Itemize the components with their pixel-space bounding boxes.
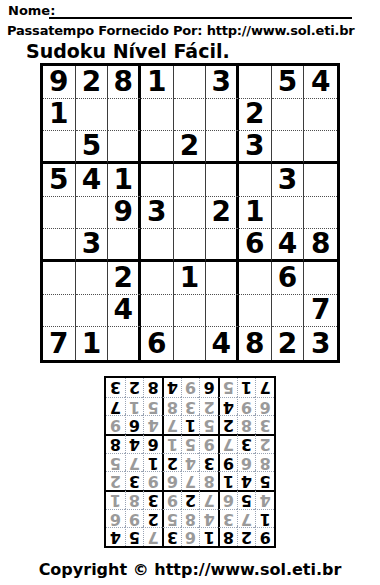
cell-r6c6	[206, 229, 239, 262]
cell-r1c3: 8	[218, 527, 237, 546]
cell-r6c4: 9	[199, 434, 218, 453]
cell-r1c2: 2	[237, 527, 256, 546]
cell-r3c4: 7	[199, 490, 218, 509]
solution-board: 9281637541734852964567293815418769328693…	[104, 376, 276, 548]
cell-r6c3	[108, 229, 141, 262]
cell-r5c5	[174, 197, 207, 230]
cell-r6c5: 5	[181, 434, 200, 453]
cell-r4c5	[174, 164, 207, 197]
cell-r9c4: 6	[199, 378, 218, 397]
cell-r9c3	[108, 327, 141, 360]
cell-r4c1: 5	[43, 164, 76, 197]
cell-r6c4	[141, 229, 174, 262]
cell-r9c1: 7	[255, 378, 274, 397]
cell-r9c5: 9	[181, 378, 200, 397]
cell-r2c1: 1	[43, 99, 76, 132]
cell-r7c6: 7	[162, 415, 181, 434]
cell-r2c9: 6	[106, 509, 125, 528]
cell-r1c2: 2	[76, 66, 109, 99]
cell-r2c3	[108, 99, 141, 132]
cell-r5c3: 9	[108, 197, 141, 230]
cell-r2c6	[206, 99, 239, 132]
cell-r4c8: 3	[125, 471, 144, 490]
cell-r7c7: 4	[143, 415, 162, 434]
cell-r1c8: 5	[125, 527, 144, 546]
cell-r6c7: 6	[143, 434, 162, 453]
cell-r2c3: 3	[218, 509, 237, 528]
cell-r6c1: 2	[255, 434, 274, 453]
cell-r8c4	[141, 295, 174, 328]
cell-r1c7	[239, 66, 272, 99]
page-title: Sudoku Nível Fácil.	[26, 40, 230, 62]
cell-r7c2	[76, 262, 109, 295]
cell-r5c1	[43, 197, 76, 230]
cell-r2c7: 2	[143, 509, 162, 528]
cell-r3c7: 3	[239, 131, 272, 164]
cell-r2c8: 9	[125, 509, 144, 528]
cell-r7c7	[239, 262, 272, 295]
cell-r9c9: 3	[106, 378, 125, 397]
cell-r4c7	[239, 164, 272, 197]
cell-r2c5	[174, 99, 207, 132]
cell-r4c5: 7	[181, 471, 200, 490]
cell-r7c2: 8	[237, 415, 256, 434]
name-fill-line	[49, 0, 352, 19]
cell-r7c8: 6	[125, 415, 144, 434]
cell-r4c2: 4	[76, 164, 109, 197]
cell-r2c4	[141, 99, 174, 132]
cell-r7c9: 9	[106, 415, 125, 434]
cell-r5c5: 4	[181, 453, 200, 472]
cell-r8c7	[239, 295, 272, 328]
cell-r1c7: 7	[143, 527, 162, 546]
cell-r2c2	[76, 99, 109, 132]
cell-r3c9	[304, 131, 337, 164]
cell-r8c8: 1	[125, 397, 144, 416]
cell-r6c2: 3	[76, 229, 109, 262]
cell-r9c6: 4	[206, 327, 239, 360]
cell-r8c9: 7	[304, 295, 337, 328]
cell-r2c9	[304, 99, 337, 132]
cell-r9c3: 5	[218, 378, 237, 397]
cell-r3c2: 5	[237, 490, 256, 509]
cell-r3c5: 2	[174, 131, 207, 164]
cell-r9c1: 7	[43, 327, 76, 360]
cell-r5c4: 3	[141, 197, 174, 230]
cell-r3c8	[272, 131, 305, 164]
cell-r1c1: 9	[43, 66, 76, 99]
cell-r6c5	[174, 229, 207, 262]
cell-r6c1	[43, 229, 76, 262]
cell-r7c4	[141, 262, 174, 295]
cell-r9c9: 3	[304, 327, 337, 360]
cell-r9c4: 6	[141, 327, 174, 360]
cell-r5c6: 2	[162, 453, 181, 472]
cell-r5c1: 8	[255, 453, 274, 472]
copyright-text: Copyright © http://www.sol.eti.br	[0, 560, 380, 579]
cell-r3c1: 4	[255, 490, 274, 509]
cell-r1c5	[174, 66, 207, 99]
cell-r1c8: 5	[272, 66, 305, 99]
cell-r2c6: 5	[162, 509, 181, 528]
cell-r4c3: 1	[108, 164, 141, 197]
cell-r5c4: 3	[199, 453, 218, 472]
cell-r7c4: 5	[199, 415, 218, 434]
cell-r6c8: 4	[272, 229, 305, 262]
cell-r8c9: 7	[106, 397, 125, 416]
cell-r7c3: 2	[108, 262, 141, 295]
cell-r6c8: 4	[125, 434, 144, 453]
cell-r2c2: 7	[237, 509, 256, 528]
sudoku-board: 928135412523541393213648216477164823	[40, 63, 340, 363]
cell-r5c8	[272, 197, 305, 230]
cell-r4c1: 5	[255, 471, 274, 490]
cell-r8c4: 2	[199, 397, 218, 416]
cell-r5c7: 1	[143, 453, 162, 472]
cell-r2c7: 2	[239, 99, 272, 132]
cell-r5c6: 2	[206, 197, 239, 230]
cell-r7c6	[206, 262, 239, 295]
cell-r4c3: 1	[218, 471, 237, 490]
cell-r4c2: 4	[237, 471, 256, 490]
cell-r4c4	[141, 164, 174, 197]
cell-r6c2: 3	[237, 434, 256, 453]
cell-r5c7: 1	[239, 197, 272, 230]
cell-r7c3: 2	[218, 415, 237, 434]
cell-r9c7: 8	[143, 378, 162, 397]
cell-r1c9: 4	[106, 527, 125, 546]
cell-r9c7: 8	[239, 327, 272, 360]
cell-r7c1: 3	[255, 415, 274, 434]
cell-r2c4: 4	[199, 509, 218, 528]
cell-r3c9: 1	[106, 490, 125, 509]
cell-r3c8: 8	[125, 490, 144, 509]
cell-r8c3: 4	[108, 295, 141, 328]
cell-r3c7: 3	[143, 490, 162, 509]
cell-r1c9: 4	[304, 66, 337, 99]
cell-r3c2: 5	[76, 131, 109, 164]
cell-r2c5: 8	[181, 509, 200, 528]
cell-r9c2: 1	[76, 327, 109, 360]
cell-r3c1	[43, 131, 76, 164]
cell-r8c2: 9	[237, 397, 256, 416]
cell-r8c6	[206, 295, 239, 328]
cell-r8c3: 4	[218, 397, 237, 416]
cell-r3c6	[206, 131, 239, 164]
cell-r9c8: 2	[125, 378, 144, 397]
cell-r1c3: 8	[108, 66, 141, 99]
cell-r3c6: 9	[162, 490, 181, 509]
cell-r1c4: 1	[199, 527, 218, 546]
cell-r4c9	[304, 164, 337, 197]
cell-r7c5: 1	[174, 262, 207, 295]
cell-r9c8: 2	[272, 327, 305, 360]
cell-r3c5: 2	[181, 490, 200, 509]
cell-r8c1: 6	[255, 397, 274, 416]
cell-r2c1: 1	[255, 509, 274, 528]
provided-by-text: Passatempo Fornecido Por: http://www.sol…	[7, 23, 354, 38]
cell-r5c3: 9	[218, 453, 237, 472]
cell-r9c2: 1	[237, 378, 256, 397]
cell-r5c2: 6	[237, 453, 256, 472]
cell-r3c3	[108, 131, 141, 164]
cell-r6c7: 6	[239, 229, 272, 262]
cell-r4c8: 3	[272, 164, 305, 197]
cell-r4c4: 8	[199, 471, 218, 490]
cell-r3c3: 6	[218, 490, 237, 509]
cell-r7c1	[43, 262, 76, 295]
cell-r1c6: 3	[206, 66, 239, 99]
cell-r8c2	[76, 295, 109, 328]
cell-r6c9: 8	[106, 434, 125, 453]
cell-r1c4: 1	[141, 66, 174, 99]
cell-r1c5: 6	[181, 527, 200, 546]
cell-r4c6	[206, 164, 239, 197]
cell-r5c9	[304, 197, 337, 230]
cell-r8c5	[174, 295, 207, 328]
cell-r5c9: 5	[106, 453, 125, 472]
cell-r1c6: 3	[162, 527, 181, 546]
cell-r4c6: 6	[162, 471, 181, 490]
cell-r6c3: 7	[218, 434, 237, 453]
cell-r6c9: 8	[304, 229, 337, 262]
cell-r7c9	[304, 262, 337, 295]
cell-r3c4	[141, 131, 174, 164]
cell-r7c8: 6	[272, 262, 305, 295]
cell-r9c5	[174, 327, 207, 360]
cell-r4c7: 9	[143, 471, 162, 490]
cell-r8c1	[43, 295, 76, 328]
cell-r2c8	[272, 99, 305, 132]
cell-r8c8	[272, 295, 305, 328]
cell-r8c6: 8	[162, 397, 181, 416]
cell-r8c5: 3	[181, 397, 200, 416]
cell-r4c9: 2	[106, 471, 125, 490]
cell-r6c6: 1	[162, 434, 181, 453]
cell-r9c6: 4	[162, 378, 181, 397]
cell-r8c7: 5	[143, 397, 162, 416]
cell-r5c2	[76, 197, 109, 230]
cell-r7c5: 1	[181, 415, 200, 434]
cell-r5c8: 7	[125, 453, 144, 472]
cell-r1c1: 9	[255, 527, 274, 546]
